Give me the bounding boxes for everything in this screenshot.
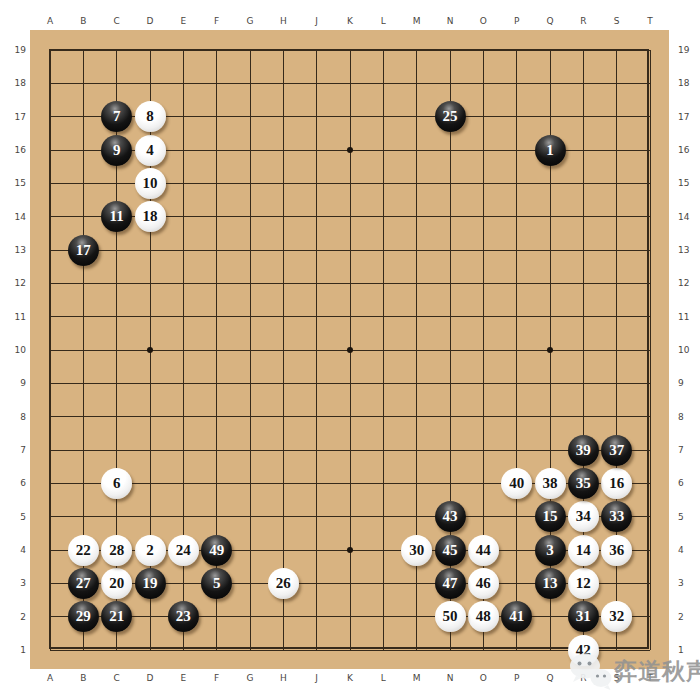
col-label-bottom-K: K (347, 673, 353, 683)
move-number: 49 (209, 542, 224, 559)
stone-4-white-D16: 4 (135, 135, 166, 166)
move-number: 45 (443, 542, 458, 559)
stone-2-white-D4: 2 (135, 535, 166, 566)
stone-12-white-R3: 12 (568, 568, 599, 599)
col-label-top-P: P (514, 16, 519, 26)
move-number: 10 (143, 175, 158, 192)
move-number: 4 (146, 142, 154, 159)
stone-20-white-C3: 20 (101, 568, 132, 599)
stone-38-white-Q6: 38 (535, 468, 566, 499)
col-label-bottom-J: J (315, 673, 318, 683)
col-label-top-R: R (580, 16, 586, 26)
row-label-right-4: 4 (678, 545, 698, 555)
move-number: 7 (113, 108, 121, 125)
move-number: 50 (443, 608, 458, 625)
row-label-left-12: 12 (6, 278, 26, 288)
col-label-bottom-P: P (514, 673, 519, 683)
move-number: 3 (546, 542, 554, 559)
row-label-left-13: 13 (6, 245, 26, 255)
stone-45-black-N4: 45 (435, 535, 466, 566)
go-board: 1234567891011121314151617181920212223242… (30, 30, 669, 669)
move-number: 20 (109, 575, 124, 592)
move-number: 25 (443, 108, 458, 125)
row-label-right-15: 15 (678, 178, 698, 188)
row-label-left-6: 6 (6, 478, 26, 488)
move-number: 40 (509, 475, 524, 492)
stone-15-black-Q5: 15 (535, 501, 566, 532)
star-point-D10 (147, 347, 153, 353)
stone-16-white-S6: 16 (601, 468, 632, 499)
stone-14-white-R4: 14 (568, 535, 599, 566)
col-label-bottom-M: M (413, 673, 421, 683)
move-number: 48 (476, 608, 491, 625)
move-number: 15 (543, 508, 558, 525)
col-label-bottom-F: F (214, 673, 219, 683)
row-label-left-18: 18 (6, 78, 26, 88)
row-label-left-19: 19 (6, 45, 26, 55)
stone-23-black-E2: 23 (168, 601, 199, 632)
col-label-bottom-H: H (280, 673, 287, 683)
move-number: 13 (543, 575, 558, 592)
move-number: 43 (443, 508, 458, 525)
col-label-bottom-O: O (480, 673, 487, 683)
row-label-left-11: 11 (6, 312, 26, 322)
stone-29-black-B2: 29 (68, 601, 99, 632)
row-label-right-16: 16 (678, 145, 698, 155)
move-number: 33 (609, 508, 624, 525)
row-label-right-6: 6 (678, 478, 698, 488)
move-number: 37 (609, 442, 624, 459)
stone-36-white-S4: 36 (601, 535, 632, 566)
col-label-top-M: M (413, 16, 421, 26)
move-number: 36 (609, 542, 624, 559)
stone-40-white-P6: 40 (501, 468, 532, 499)
col-label-top-B: B (80, 16, 86, 26)
row-label-left-9: 9 (6, 378, 26, 388)
row-label-right-2: 2 (678, 612, 698, 622)
move-number: 23 (176, 608, 191, 625)
grid-hline-1 (50, 650, 650, 651)
col-label-bottom-B: B (80, 673, 86, 683)
col-label-bottom-C: C (114, 673, 120, 683)
move-number: 27 (76, 575, 91, 592)
row-label-right-19: 19 (678, 45, 698, 55)
move-number: 41 (509, 608, 524, 625)
col-label-bottom-A: A (47, 673, 53, 683)
stone-24-white-E4: 24 (168, 535, 199, 566)
row-label-left-17: 17 (6, 112, 26, 122)
move-number: 11 (110, 208, 124, 225)
row-label-left-16: 16 (6, 145, 26, 155)
row-label-left-2: 2 (6, 612, 26, 622)
stone-10-white-D15: 10 (135, 168, 166, 199)
stone-39-black-R7: 39 (568, 435, 599, 466)
stone-6-white-C6: 6 (101, 468, 132, 499)
star-point-K10 (347, 347, 353, 353)
row-label-left-8: 8 (6, 412, 26, 422)
move-number: 21 (109, 608, 124, 625)
stone-8-white-D17: 8 (135, 101, 166, 132)
move-number: 14 (576, 542, 591, 559)
move-number: 12 (576, 575, 591, 592)
stone-44-white-O4: 44 (468, 535, 499, 566)
stone-49-black-F4: 49 (201, 535, 232, 566)
row-label-right-3: 3 (678, 578, 698, 588)
col-label-top-Q: Q (546, 16, 553, 26)
row-label-left-5: 5 (6, 512, 26, 522)
move-number: 44 (476, 542, 491, 559)
col-label-top-O: O (480, 16, 487, 26)
stone-50-white-N2: 50 (435, 601, 466, 632)
move-number: 19 (143, 575, 158, 592)
col-label-top-G: G (247, 16, 254, 26)
move-number: 22 (76, 542, 91, 559)
move-number: 17 (76, 242, 91, 259)
move-number: 31 (576, 608, 591, 625)
row-label-left-7: 7 (6, 445, 26, 455)
move-number: 26 (276, 575, 291, 592)
move-number: 8 (146, 108, 154, 125)
col-label-top-J: J (315, 16, 318, 26)
stone-5-black-F3: 5 (201, 568, 232, 599)
watermark-text: 弈道秋声 (614, 656, 700, 687)
col-label-top-E: E (180, 16, 186, 26)
stone-26-white-H3: 26 (268, 568, 299, 599)
col-label-bottom-Q: Q (546, 673, 553, 683)
col-label-top-A: A (47, 16, 53, 26)
move-number: 35 (576, 475, 591, 492)
move-number: 16 (609, 475, 624, 492)
stone-37-black-S7: 37 (601, 435, 632, 466)
col-label-bottom-E: E (180, 673, 186, 683)
stone-46-white-O3: 46 (468, 568, 499, 599)
stone-13-black-Q3: 13 (535, 568, 566, 599)
move-number: 28 (109, 542, 124, 559)
row-label-right-10: 10 (678, 345, 698, 355)
move-number: 1 (546, 142, 554, 159)
col-label-top-T: T (647, 16, 653, 26)
col-label-top-K: K (347, 16, 353, 26)
stone-9-black-C16: 9 (101, 135, 132, 166)
stone-28-white-C4: 28 (101, 535, 132, 566)
stone-43-black-N5: 43 (435, 501, 466, 532)
row-label-right-13: 13 (678, 245, 698, 255)
row-label-left-1: 1 (6, 645, 26, 655)
stone-25-black-N17: 25 (435, 101, 466, 132)
row-label-left-10: 10 (6, 345, 26, 355)
stone-17-black-B13: 17 (68, 235, 99, 266)
move-number: 29 (76, 608, 91, 625)
col-label-bottom-D: D (147, 673, 154, 683)
move-number: 2 (146, 542, 154, 559)
move-number: 46 (476, 575, 491, 592)
row-label-right-5: 5 (678, 512, 698, 522)
move-number: 5 (213, 575, 221, 592)
move-number: 34 (576, 508, 591, 525)
col-label-bottom-L: L (381, 673, 386, 683)
move-number: 24 (176, 542, 191, 559)
move-number: 39 (576, 442, 591, 459)
move-number: 9 (113, 142, 121, 159)
move-number: 47 (443, 575, 458, 592)
row-label-right-17: 17 (678, 112, 698, 122)
col-label-top-F: F (214, 16, 219, 26)
row-label-right-14: 14 (678, 212, 698, 222)
stone-1-black-Q16: 1 (535, 135, 566, 166)
col-label-top-N: N (447, 16, 454, 26)
row-label-left-4: 4 (6, 545, 26, 555)
stone-30-white-M4: 30 (401, 535, 432, 566)
col-label-top-H: H (280, 16, 287, 26)
stone-34-white-R5: 34 (568, 501, 599, 532)
row-label-right-18: 18 (678, 78, 698, 88)
row-label-left-15: 15 (6, 178, 26, 188)
col-label-bottom-N: N (447, 673, 454, 683)
move-number: 30 (409, 542, 424, 559)
row-label-left-3: 3 (6, 578, 26, 588)
stone-18-white-D14: 18 (135, 201, 166, 232)
stone-47-black-N3: 47 (435, 568, 466, 599)
stone-31-black-R2: 31 (568, 601, 599, 632)
watermark: 弈道秋声 (568, 650, 700, 692)
star-point-K4 (347, 547, 353, 553)
wechat-icon (568, 651, 612, 691)
row-label-right-7: 7 (678, 445, 698, 455)
stone-19-black-D3: 19 (135, 568, 166, 599)
row-label-right-8: 8 (678, 412, 698, 422)
row-label-left-14: 14 (6, 212, 26, 222)
row-label-right-9: 9 (678, 378, 698, 388)
move-number: 18 (143, 208, 158, 225)
go-diagram-page: AABBCCDDEEFFGGHHJJKKLLMMNNOOPPQQRRSSTT19… (0, 0, 700, 700)
stone-3-black-Q4: 3 (535, 535, 566, 566)
row-label-right-12: 12 (678, 278, 698, 288)
col-label-bottom-G: G (247, 673, 254, 683)
move-number: 38 (543, 475, 558, 492)
row-label-right-11: 11 (678, 312, 698, 322)
star-point-K16 (347, 147, 353, 153)
move-number: 6 (113, 475, 121, 492)
col-label-top-S: S (614, 16, 620, 26)
move-number: 32 (609, 608, 624, 625)
grid-vline-T (650, 50, 651, 650)
col-label-top-D: D (147, 16, 154, 26)
stone-22-white-B4: 22 (68, 535, 99, 566)
stone-27-black-B3: 27 (68, 568, 99, 599)
star-point-Q10 (547, 347, 553, 353)
col-label-top-C: C (114, 16, 120, 26)
col-label-top-L: L (381, 16, 386, 26)
stone-48-white-O2: 48 (468, 601, 499, 632)
stone-35-black-R6: 35 (568, 468, 599, 499)
